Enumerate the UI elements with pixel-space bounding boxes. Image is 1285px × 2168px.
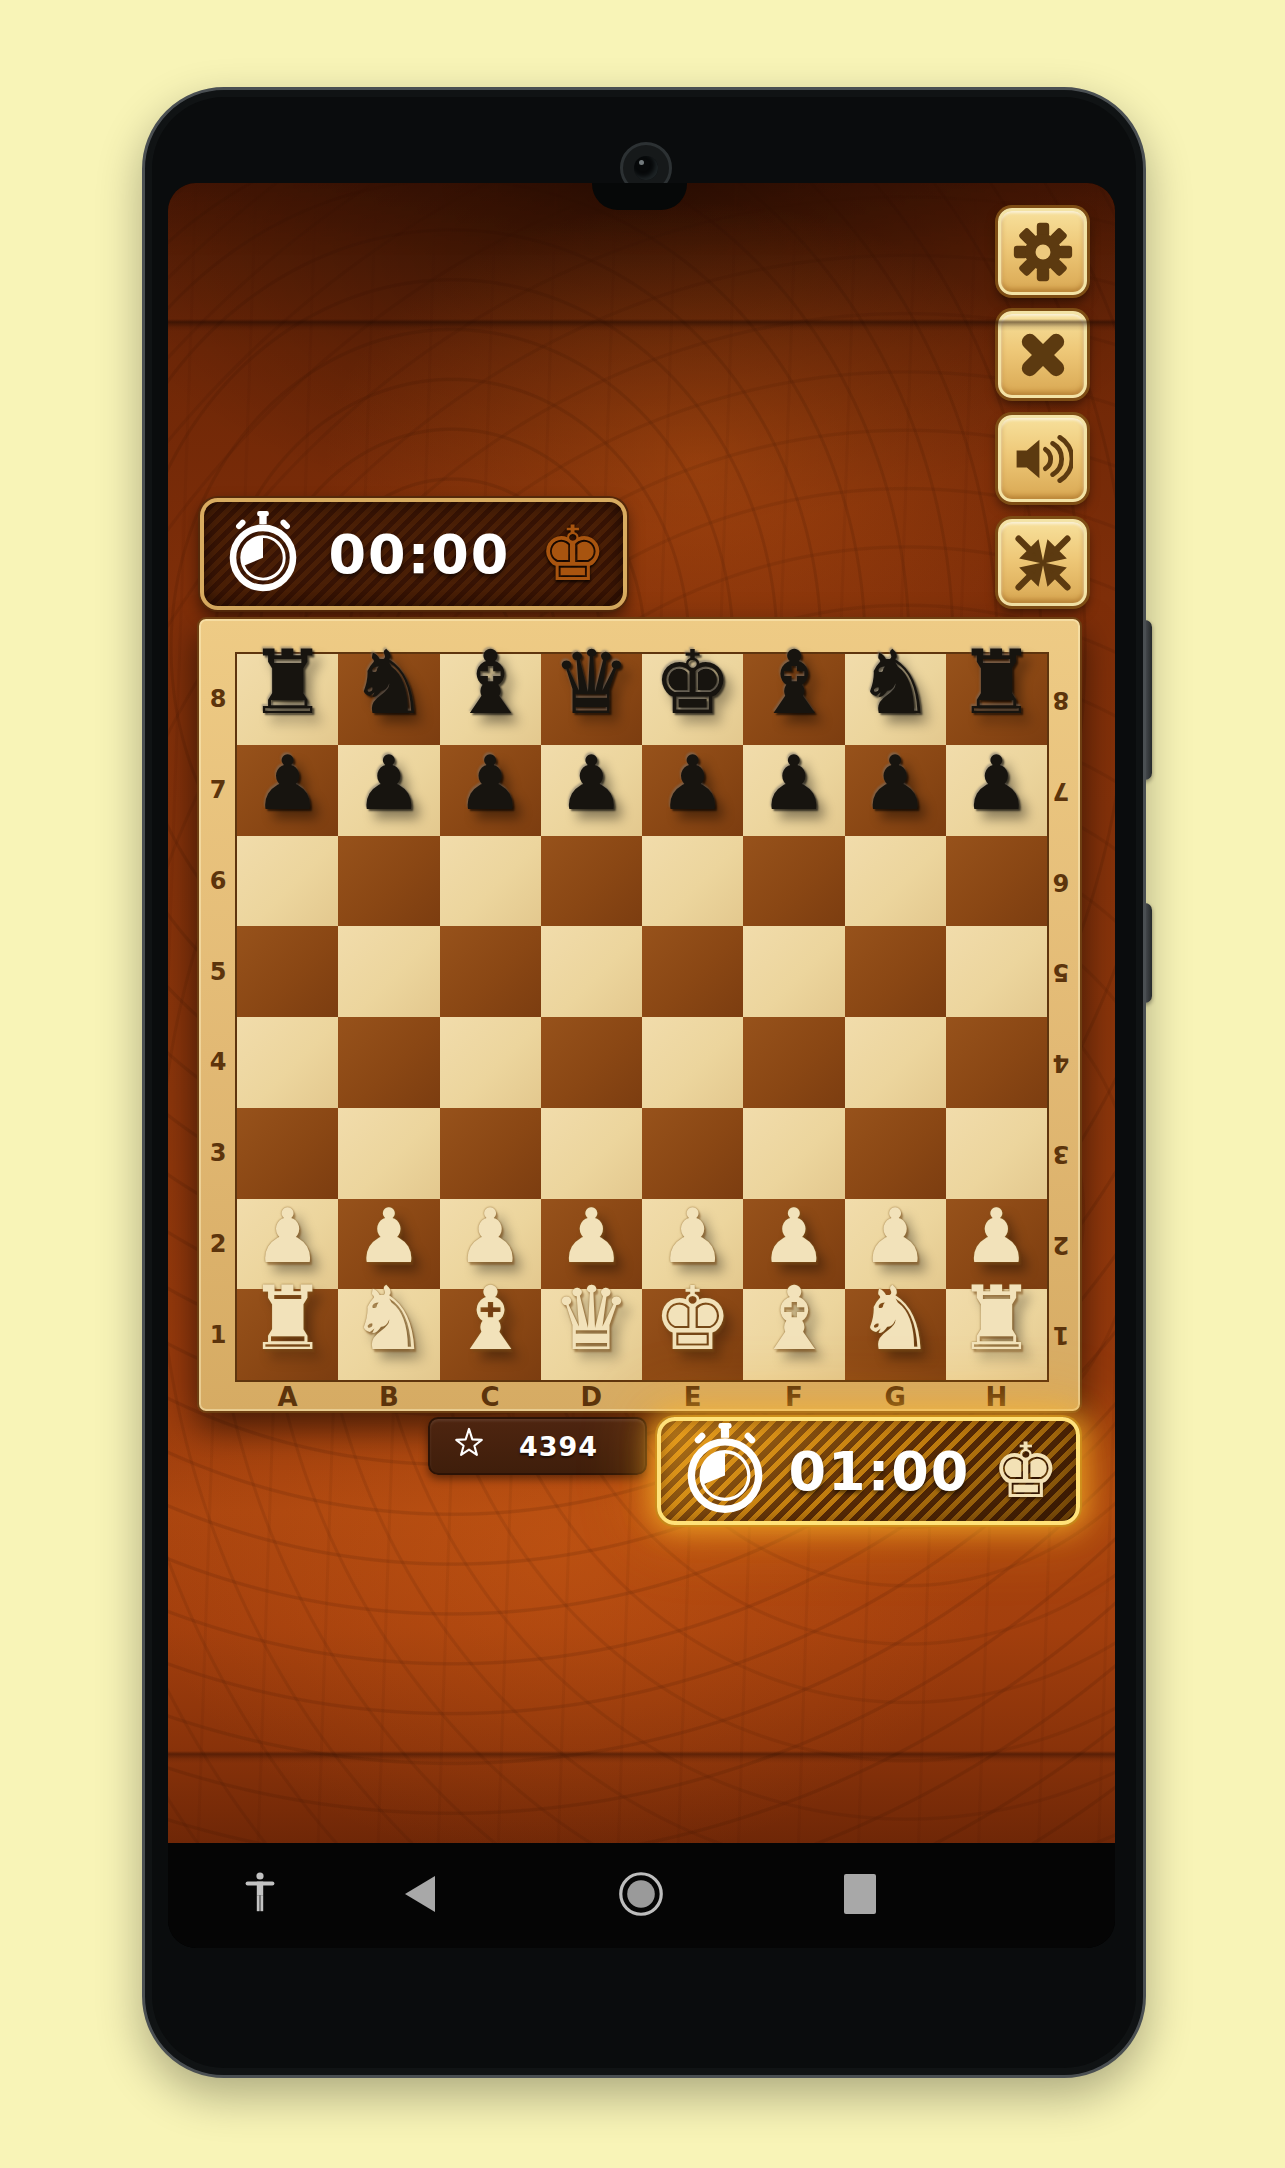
- square-b1[interactable]: ♞: [338, 1289, 439, 1380]
- square-e1[interactable]: ♚: [642, 1289, 743, 1380]
- file-label-h: H: [946, 1380, 1047, 1413]
- score-panel: 4394: [428, 1417, 647, 1475]
- square-f5[interactable]: [743, 926, 844, 1017]
- camera-lens: [634, 156, 658, 180]
- square-a3[interactable]: [237, 1108, 338, 1199]
- piece-black-pawn[interactable]: ♟: [760, 746, 827, 821]
- camera-notch: [592, 183, 687, 210]
- square-a8[interactable]: ♜: [237, 654, 338, 745]
- square-b6[interactable]: [338, 836, 439, 927]
- file-label-b: B: [338, 1380, 439, 1413]
- close-button[interactable]: [998, 311, 1087, 398]
- wood-background: 00:00 ♚ ♜♞♝♛♚♝♞♜♟♟♟♟♟♟♟♟♟♟♟♟♟♟♟♟♜♞♝♛♚♝♞♜…: [168, 183, 1115, 1843]
- square-d7[interactable]: ♟: [541, 745, 642, 836]
- square-b5[interactable]: [338, 926, 439, 1017]
- speaker-icon: [1013, 433, 1073, 485]
- rank-label-left-7: 7: [200, 745, 236, 836]
- square-e5[interactable]: [642, 926, 743, 1017]
- piece-black-pawn[interactable]: ♟: [659, 746, 726, 821]
- square-c1[interactable]: ♝: [440, 1289, 541, 1380]
- square-h4[interactable]: [946, 1017, 1047, 1108]
- square-d3[interactable]: [541, 1108, 642, 1199]
- square-e6[interactable]: [642, 836, 743, 927]
- piece-white-pawn[interactable]: ♟: [963, 1199, 1030, 1274]
- star-icon: [448, 1423, 490, 1469]
- square-d4[interactable]: [541, 1017, 642, 1108]
- piece-white-pawn[interactable]: ♟: [558, 1199, 625, 1274]
- rank-label-left-5: 5: [200, 926, 236, 1017]
- rank-label-left-3: 3: [200, 1108, 236, 1199]
- piece-black-knight[interactable]: ♞: [349, 639, 428, 727]
- square-d5[interactable]: [541, 926, 642, 1017]
- rank-label-right-1: 1: [1043, 1289, 1079, 1380]
- white-timer-value: 01:00: [767, 1440, 992, 1503]
- square-e4[interactable]: [642, 1017, 743, 1108]
- white-king-icon: ♚: [992, 1433, 1060, 1509]
- piece-black-pawn[interactable]: ♟: [558, 746, 625, 821]
- rank-label-left-6: 6: [200, 836, 236, 927]
- square-e8[interactable]: ♚: [642, 654, 743, 745]
- rank-label-right-3: 3: [1043, 1108, 1079, 1199]
- arrows-in-icon: [1014, 534, 1072, 592]
- piece-white-bishop[interactable]: ♝: [451, 1275, 530, 1363]
- piece-black-knight[interactable]: ♞: [856, 639, 935, 727]
- piece-white-pawn[interactable]: ♟: [355, 1199, 422, 1274]
- square-f6[interactable]: [743, 836, 844, 927]
- piece-white-queen[interactable]: ♛: [552, 1275, 631, 1363]
- fullscreen-button[interactable]: [998, 519, 1087, 606]
- square-h7[interactable]: ♟: [946, 745, 1047, 836]
- piece-black-rook[interactable]: ♜: [957, 639, 1036, 727]
- accessibility-button[interactable]: [230, 1843, 290, 1948]
- piece-black-bishop[interactable]: ♝: [451, 639, 530, 727]
- piece-black-rook[interactable]: ♜: [248, 639, 327, 727]
- square-h8[interactable]: ♜: [946, 654, 1047, 745]
- accessibility-icon: [240, 1872, 280, 1920]
- square-g7[interactable]: ♟: [845, 745, 946, 836]
- square-g8[interactable]: ♞: [845, 654, 946, 745]
- white-timer-panel: 01:00 ♚: [657, 1417, 1080, 1525]
- black-timer-value: 00:00: [300, 523, 539, 586]
- rank-label-right-4: 4: [1043, 1017, 1079, 1108]
- piece-white-pawn[interactable]: ♟: [457, 1199, 524, 1274]
- square-c6[interactable]: [440, 836, 541, 927]
- piece-white-pawn[interactable]: ♟: [760, 1199, 827, 1274]
- recents-icon: [844, 1874, 876, 1918]
- square-h6[interactable]: [946, 836, 1047, 927]
- android-navbar: [168, 1843, 1115, 1948]
- rank-label-right-8: 8: [1043, 654, 1079, 745]
- piece-black-pawn[interactable]: ♟: [862, 746, 929, 821]
- black-timer-panel: 00:00 ♚: [200, 498, 627, 610]
- square-f7[interactable]: ♟: [743, 745, 844, 836]
- piece-black-king[interactable]: ♚: [653, 639, 732, 727]
- piece-black-pawn[interactable]: ♟: [254, 746, 321, 821]
- sound-button[interactable]: [998, 415, 1087, 502]
- square-g1[interactable]: ♞: [845, 1289, 946, 1380]
- home-button[interactable]: [611, 1843, 671, 1948]
- piece-black-pawn[interactable]: ♟: [355, 746, 422, 821]
- piece-white-pawn[interactable]: ♟: [659, 1199, 726, 1274]
- square-g4[interactable]: [845, 1017, 946, 1108]
- square-b8[interactable]: ♞: [338, 654, 439, 745]
- square-f1[interactable]: ♝: [743, 1289, 844, 1380]
- close-icon: [1013, 325, 1073, 385]
- back-button[interactable]: [390, 1843, 450, 1948]
- square-g5[interactable]: [845, 926, 946, 1017]
- piece-black-pawn[interactable]: ♟: [963, 746, 1030, 821]
- home-icon: [618, 1871, 664, 1921]
- square-e3[interactable]: [642, 1108, 743, 1199]
- square-g6[interactable]: [845, 836, 946, 927]
- rank-label-left-2: 2: [200, 1199, 236, 1290]
- square-d1[interactable]: ♛: [541, 1289, 642, 1380]
- piece-white-knight[interactable]: ♞: [856, 1275, 935, 1363]
- square-f3[interactable]: [743, 1108, 844, 1199]
- piece-white-rook[interactable]: ♜: [248, 1275, 327, 1363]
- stopwatch-icon: [226, 511, 300, 597]
- rank-label-right-2: 2: [1043, 1199, 1079, 1290]
- board-squares: ♜♞♝♛♚♝♞♜♟♟♟♟♟♟♟♟♟♟♟♟♟♟♟♟♜♞♝♛♚♝♞♜: [237, 654, 1047, 1380]
- square-e7[interactable]: ♟: [642, 745, 743, 836]
- piece-black-queen[interactable]: ♛: [552, 639, 631, 727]
- file-label-f: F: [743, 1380, 844, 1413]
- rank-labels-left: 87654321: [200, 654, 236, 1380]
- camera-glint: [639, 160, 644, 165]
- rank-label-left-1: 1: [200, 1289, 236, 1380]
- file-label-e: E: [642, 1380, 743, 1413]
- piece-black-pawn[interactable]: ♟: [457, 746, 524, 821]
- piece-white-rook[interactable]: ♜: [957, 1275, 1036, 1363]
- square-c3[interactable]: [440, 1108, 541, 1199]
- settings-button[interactable]: [998, 208, 1087, 295]
- file-label-a: A: [237, 1380, 338, 1413]
- stopwatch-icon: [683, 1423, 767, 1519]
- file-label-d: D: [541, 1380, 642, 1413]
- piece-white-pawn[interactable]: ♟: [862, 1199, 929, 1274]
- piece-white-bishop[interactable]: ♝: [754, 1275, 833, 1363]
- piece-black-bishop[interactable]: ♝: [754, 639, 833, 727]
- square-h5[interactable]: [946, 926, 1047, 1017]
- rank-label-right-5: 5: [1043, 926, 1079, 1017]
- rank-label-left-8: 8: [200, 654, 236, 745]
- square-c8[interactable]: ♝: [440, 654, 541, 745]
- rank-label-left-4: 4: [200, 1017, 236, 1108]
- square-b4[interactable]: [338, 1017, 439, 1108]
- square-h1[interactable]: ♜: [946, 1289, 1047, 1380]
- square-a5[interactable]: [237, 926, 338, 1017]
- rank-label-right-7: 7: [1043, 745, 1079, 836]
- square-b7[interactable]: ♟: [338, 745, 439, 836]
- gear-icon: [1012, 221, 1074, 283]
- square-c5[interactable]: [440, 926, 541, 1017]
- black-king-icon: ♚: [539, 516, 607, 592]
- square-b3[interactable]: [338, 1108, 439, 1199]
- square-h3[interactable]: [946, 1108, 1047, 1199]
- square-d6[interactable]: [541, 836, 642, 927]
- recents-button[interactable]: [830, 1843, 890, 1948]
- file-label-g: G: [845, 1380, 946, 1413]
- rank-labels-right: 87654321: [1043, 654, 1079, 1380]
- back-icon: [405, 1876, 435, 1916]
- square-c4[interactable]: [440, 1017, 541, 1108]
- file-labels: ABCDEFGH: [237, 1380, 1047, 1413]
- rank-label-right-6: 6: [1043, 836, 1079, 927]
- piece-white-pawn[interactable]: ♟: [254, 1199, 321, 1274]
- square-d8[interactable]: ♛: [541, 654, 642, 745]
- square-a4[interactable]: [237, 1017, 338, 1108]
- square-f8[interactable]: ♝: [743, 654, 844, 745]
- square-f4[interactable]: [743, 1017, 844, 1108]
- square-a6[interactable]: [237, 836, 338, 927]
- square-g3[interactable]: [845, 1108, 946, 1199]
- square-c7[interactable]: ♟: [440, 745, 541, 836]
- piece-white-knight[interactable]: ♞: [349, 1275, 428, 1363]
- square-a7[interactable]: ♟: [237, 745, 338, 836]
- app-screen: 00:00 ♚ ♜♞♝♛♚♝♞♜♟♟♟♟♟♟♟♟♟♟♟♟♟♟♟♟♜♞♝♛♚♝♞♜…: [168, 183, 1115, 1948]
- file-label-c: C: [440, 1380, 541, 1413]
- chess-board: ♜♞♝♛♚♝♞♜♟♟♟♟♟♟♟♟♟♟♟♟♟♟♟♟♜♞♝♛♚♝♞♜ ABCDEFG…: [197, 617, 1082, 1413]
- square-a1[interactable]: ♜: [237, 1289, 338, 1380]
- score-value: 4394: [490, 1431, 645, 1462]
- piece-white-king[interactable]: ♚: [653, 1275, 732, 1363]
